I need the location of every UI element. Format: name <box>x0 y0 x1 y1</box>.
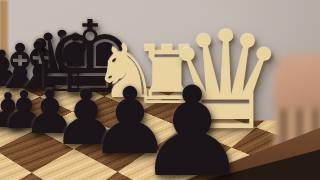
pieces-layer: ♟♝♝♛♚♞♜♛♟♟♟♟♟♟ <box>0 0 320 180</box>
chess-photo-stage: ♟♝♝♛♚♞♜♛♟♟♟♟♟♟ <box>0 0 320 180</box>
piece-black-pawn-6: ♟ <box>130 70 254 180</box>
